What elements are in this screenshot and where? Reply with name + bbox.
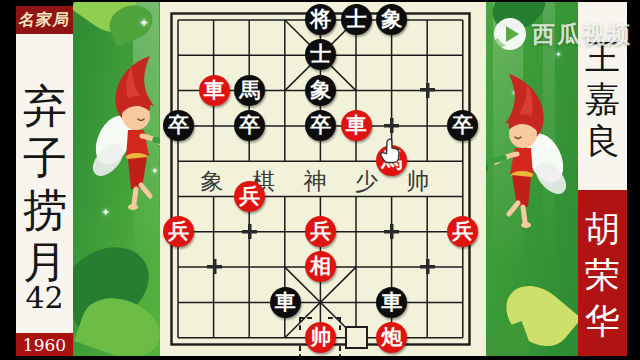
- red-player-box: 胡荣华: [578, 190, 627, 360]
- fairy-right: [481, 70, 571, 230]
- puzzle-title: 弃子捞月: [22, 80, 68, 288]
- letterbox-top: [0, 0, 640, 2]
- watermark: 西瓜视频: [492, 16, 632, 52]
- piece-red-兵[interactable]: 兵: [447, 216, 478, 247]
- right-players-panel: 王嘉良 胡荣华: [578, 0, 627, 360]
- left-info-panel: 名家局 弃子捞月 42 1960: [16, 0, 73, 360]
- piece-red-兵[interactable]: 兵: [305, 216, 336, 247]
- piece-black-将[interactable]: 将: [305, 4, 336, 35]
- year-badge: 1960: [16, 333, 73, 356]
- game-number: 42: [16, 280, 73, 315]
- piece-red-帅[interactable]: 帅: [305, 322, 336, 353]
- piece-black-馬[interactable]: 馬: [234, 75, 265, 106]
- series-badge-label: 名家局: [18, 10, 72, 31]
- piece-red-車[interactable]: 車: [341, 110, 372, 141]
- piece-black-卒[interactable]: 卒: [447, 110, 478, 141]
- point-marker: [242, 224, 257, 239]
- piece-black-卒[interactable]: 卒: [163, 110, 194, 141]
- video-frame: { "game": "xiangqi", "position": { "fen"…: [0, 0, 640, 360]
- point-marker: [207, 259, 222, 274]
- piece-black-士[interactable]: 士: [305, 39, 336, 70]
- piece-red-相[interactable]: 相: [305, 251, 336, 282]
- watermark-brand: 西瓜视频: [532, 19, 632, 50]
- black-player-name: 王嘉良: [584, 36, 621, 162]
- piece-black-卒[interactable]: 卒: [305, 110, 336, 141]
- point-marker: [384, 224, 399, 239]
- hand-cursor-icon: [379, 138, 401, 164]
- piece-black-士[interactable]: 士: [341, 4, 372, 35]
- piece-black-象[interactable]: 象: [376, 4, 407, 35]
- letterbox-bottom: [0, 356, 640, 360]
- move-origin-marker: [345, 326, 368, 349]
- point-marker: [384, 118, 399, 133]
- red-player-name: 胡荣华: [584, 206, 621, 344]
- title-column: 弃子捞月 42: [16, 34, 73, 333]
- piece-red-兵[interactable]: 兵: [163, 216, 194, 247]
- year-label: 1960: [23, 335, 66, 355]
- point-marker: [420, 259, 435, 274]
- pieces-layer: 将士象士車馬象卒卒卒車卒馬兵兵兵兵相車車帅炮: [160, 2, 481, 355]
- sparkle: ✦: [139, 16, 149, 30]
- point-marker: [420, 83, 435, 98]
- xigua-logo-icon: [492, 16, 528, 52]
- xiangqi-board[interactable]: 象棋神少帅 将士象士車馬象卒卒卒車卒馬兵兵兵兵相車車帅炮: [160, 0, 486, 360]
- piece-black-卒[interactable]: 卒: [234, 110, 265, 141]
- series-badge: 名家局: [16, 6, 73, 34]
- piece-red-炮[interactable]: 炮: [376, 322, 407, 353]
- piece-red-兵[interactable]: 兵: [234, 181, 265, 212]
- piece-black-象[interactable]: 象: [305, 75, 336, 106]
- piece-black-車[interactable]: 車: [376, 287, 407, 318]
- piece-red-車[interactable]: 車: [199, 75, 230, 106]
- piece-black-車[interactable]: 車: [270, 287, 301, 318]
